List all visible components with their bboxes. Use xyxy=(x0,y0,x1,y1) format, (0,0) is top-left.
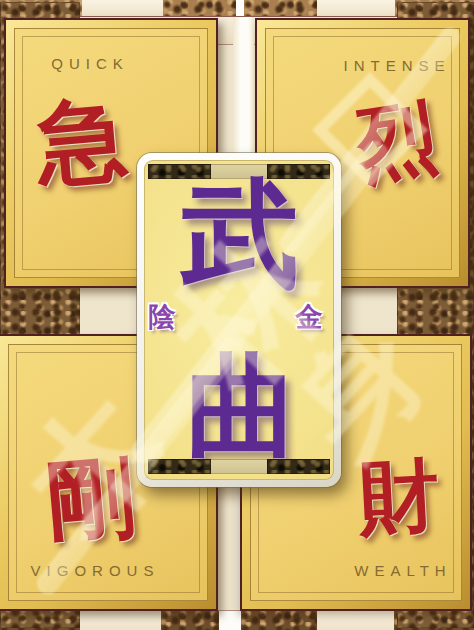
star-char-wu: 武 xyxy=(181,175,299,293)
star-char-qu: 曲 xyxy=(186,350,298,462)
bronze-segment xyxy=(148,459,211,474)
cream-strip xyxy=(82,0,163,16)
band-gap xyxy=(211,459,267,474)
hanzi-quick: 急 xyxy=(33,92,131,190)
keyword-label-wealth: WEALTH xyxy=(348,562,451,579)
keyword-label-vigorous: VIGOROUS xyxy=(25,562,160,579)
keyword-label-quick: QUICK xyxy=(45,55,129,72)
hanzi-wealth: 財 xyxy=(357,455,441,539)
white-strip xyxy=(219,611,241,630)
hanzi-intense: 烈 xyxy=(351,96,443,188)
cream-strip xyxy=(80,611,161,630)
hanzi-vigorous: 剛 xyxy=(43,452,138,547)
bronze-pattern-block xyxy=(244,0,317,16)
white-strip xyxy=(236,0,244,16)
cream-strip xyxy=(317,611,394,630)
card-spread: QUICK 急 INTENSE 烈 剛 VIGOROUS 財 WEALTH 武 … xyxy=(0,0,474,630)
bronze-pattern-block xyxy=(241,611,317,630)
metal-attribute: 金 xyxy=(296,303,323,330)
bronze-segment xyxy=(267,459,330,474)
bronze-pattern-block xyxy=(163,0,236,16)
bronze-pattern-block xyxy=(161,611,219,630)
center-ornament-band-bottom xyxy=(148,459,330,474)
cream-strip xyxy=(317,0,395,16)
yin-attribute: 陰 xyxy=(149,303,176,330)
card-wuqu-star[interactable]: 武 陰 金 曲 xyxy=(137,153,341,487)
center-card-face: 武 陰 金 曲 xyxy=(144,160,334,480)
keyword-label-intense: INTENSE xyxy=(337,57,450,74)
